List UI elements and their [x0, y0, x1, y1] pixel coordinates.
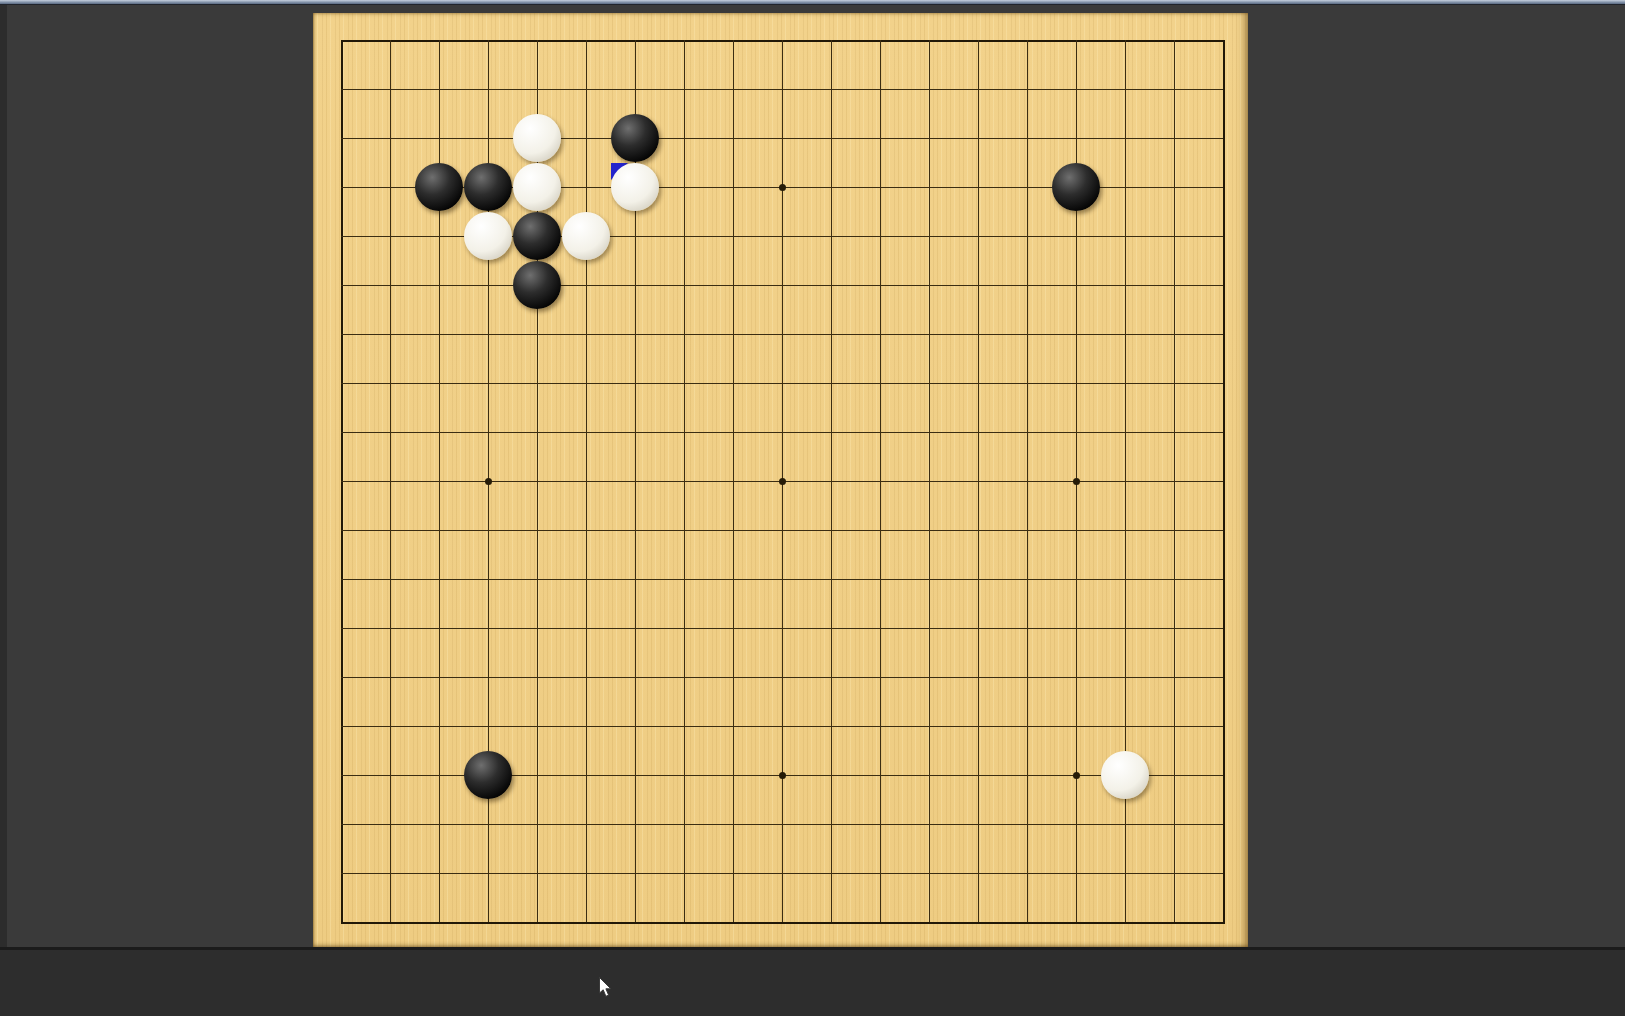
grid-line: [880, 40, 881, 924]
grid-line: [341, 873, 1225, 874]
grid-line: [684, 40, 685, 924]
grid-line: [978, 40, 979, 924]
grid-line: [341, 628, 1225, 629]
goban-grid[interactable]: [341, 40, 1225, 924]
star-point: [779, 184, 786, 191]
grid-line: [1027, 40, 1028, 924]
grid-line: [1223, 40, 1225, 924]
star-point: [779, 478, 786, 485]
star-point: [779, 772, 786, 779]
black-stone: [415, 163, 463, 211]
grid-line: [341, 579, 1225, 580]
white-stone: [464, 212, 512, 260]
grid-line: [341, 285, 1225, 286]
black-stone: [513, 261, 561, 309]
black-stone: [611, 114, 659, 162]
grid-line: [341, 89, 1225, 90]
black-stone: [464, 751, 512, 799]
star-point: [1073, 478, 1080, 485]
mouse-cursor-icon: [598, 977, 613, 998]
bottom-panel: GO 自动 打印 保存 结束试下 重新试下 形势判断: [0, 947, 1625, 1016]
black-stone: [464, 163, 512, 211]
black-stone: [1052, 163, 1100, 211]
left-edge-strip: [0, 5, 7, 1016]
grid-line: [929, 40, 930, 924]
grid-line: [831, 40, 832, 924]
grid-line: [341, 824, 1225, 825]
white-stone: [611, 163, 659, 211]
grid-line: [390, 40, 391, 924]
grid-line: [1174, 40, 1175, 924]
goban[interactable]: [313, 13, 1248, 947]
white-stone: [513, 114, 561, 162]
grid-line: [341, 383, 1225, 384]
white-stone: [513, 163, 561, 211]
grid-line: [341, 40, 343, 924]
star-point: [1073, 772, 1080, 779]
app-window: GO 自动 打印 保存 结束试下 重新试下 形势判断: [0, 0, 1625, 1016]
grid-line: [341, 40, 1225, 42]
black-stone: [513, 212, 561, 260]
grid-line: [341, 922, 1225, 924]
grid-line: [733, 40, 734, 924]
grid-line: [341, 677, 1225, 678]
grid-line: [341, 530, 1225, 531]
grid-line: [341, 138, 1225, 139]
grid-line: [586, 40, 587, 924]
white-stone: [562, 212, 610, 260]
window-top-bar: [0, 0, 1625, 5]
grid-line: [341, 726, 1225, 727]
grid-line: [341, 432, 1225, 433]
white-stone: [1101, 751, 1149, 799]
star-point: [485, 478, 492, 485]
grid-line: [341, 334, 1225, 335]
